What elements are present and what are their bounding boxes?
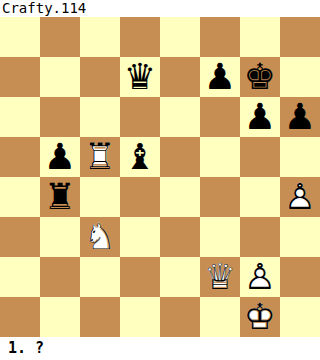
white-pawn-outline: ♙ bbox=[280, 177, 320, 217]
move-prompt: 1. ? bbox=[0, 337, 320, 360]
square-d4[interactable] bbox=[120, 177, 160, 217]
square-a7[interactable] bbox=[0, 57, 40, 97]
square-e3[interactable] bbox=[160, 217, 200, 257]
chess-window: Crafty.114 ♛♟♚♟♟♟♜♖♝♜♟♙♞♘♛♕♟♙♚♔ 1. ? bbox=[0, 0, 320, 360]
black-pawn[interactable]: ♟ bbox=[40, 137, 80, 177]
white-pawn-outline: ♙ bbox=[240, 257, 280, 297]
square-e2[interactable] bbox=[160, 257, 200, 297]
square-d7[interactable]: ♛ bbox=[120, 57, 160, 97]
square-g4[interactable] bbox=[240, 177, 280, 217]
square-d3[interactable] bbox=[120, 217, 160, 257]
square-b7[interactable] bbox=[40, 57, 80, 97]
square-c3[interactable]: ♞♘ bbox=[80, 217, 120, 257]
square-h1[interactable] bbox=[280, 297, 320, 337]
square-c2[interactable] bbox=[80, 257, 120, 297]
square-b6[interactable] bbox=[40, 97, 80, 137]
square-d2[interactable] bbox=[120, 257, 160, 297]
window-title: Crafty.114 bbox=[0, 0, 320, 17]
square-g7[interactable]: ♚ bbox=[240, 57, 280, 97]
square-c5[interactable]: ♜♖ bbox=[80, 137, 120, 177]
square-b1[interactable] bbox=[40, 297, 80, 337]
black-queen[interactable]: ♛ bbox=[120, 57, 160, 97]
square-c8[interactable] bbox=[80, 17, 120, 57]
black-rook[interactable]: ♜ bbox=[40, 177, 80, 217]
square-f5[interactable] bbox=[200, 137, 240, 177]
square-b4[interactable]: ♜ bbox=[40, 177, 80, 217]
square-a6[interactable] bbox=[0, 97, 40, 137]
black-king[interactable]: ♚ bbox=[240, 57, 280, 97]
square-b5[interactable]: ♟ bbox=[40, 137, 80, 177]
square-e6[interactable] bbox=[160, 97, 200, 137]
square-g2[interactable]: ♟♙ bbox=[240, 257, 280, 297]
white-king-outline: ♔ bbox=[240, 297, 280, 337]
square-d1[interactable] bbox=[120, 297, 160, 337]
square-f3[interactable] bbox=[200, 217, 240, 257]
square-f8[interactable] bbox=[200, 17, 240, 57]
square-c4[interactable] bbox=[80, 177, 120, 217]
square-h4[interactable]: ♟♙ bbox=[280, 177, 320, 217]
square-e5[interactable] bbox=[160, 137, 200, 177]
square-a1[interactable] bbox=[0, 297, 40, 337]
chess-board: ♛♟♚♟♟♟♜♖♝♜♟♙♞♘♛♕♟♙♚♔ bbox=[0, 17, 320, 337]
square-b8[interactable] bbox=[40, 17, 80, 57]
square-h8[interactable] bbox=[280, 17, 320, 57]
square-g3[interactable] bbox=[240, 217, 280, 257]
square-g6[interactable]: ♟ bbox=[240, 97, 280, 137]
square-b3[interactable] bbox=[40, 217, 80, 257]
black-pawn[interactable]: ♟ bbox=[240, 97, 280, 137]
black-pawn[interactable]: ♟ bbox=[280, 97, 320, 137]
square-e8[interactable] bbox=[160, 17, 200, 57]
square-c6[interactable] bbox=[80, 97, 120, 137]
square-b2[interactable] bbox=[40, 257, 80, 297]
square-a2[interactable] bbox=[0, 257, 40, 297]
square-h6[interactable]: ♟ bbox=[280, 97, 320, 137]
square-a3[interactable] bbox=[0, 217, 40, 257]
square-f6[interactable] bbox=[200, 97, 240, 137]
white-queen-outline: ♕ bbox=[200, 257, 240, 297]
square-a4[interactable] bbox=[0, 177, 40, 217]
square-d8[interactable] bbox=[120, 17, 160, 57]
square-d6[interactable] bbox=[120, 97, 160, 137]
white-knight-outline: ♘ bbox=[80, 217, 120, 257]
square-c1[interactable] bbox=[80, 297, 120, 337]
square-d5[interactable]: ♝ bbox=[120, 137, 160, 177]
square-e1[interactable] bbox=[160, 297, 200, 337]
square-f1[interactable] bbox=[200, 297, 240, 337]
square-f4[interactable] bbox=[200, 177, 240, 217]
square-a5[interactable] bbox=[0, 137, 40, 177]
square-f7[interactable]: ♟ bbox=[200, 57, 240, 97]
square-a8[interactable] bbox=[0, 17, 40, 57]
square-h7[interactable] bbox=[280, 57, 320, 97]
square-e7[interactable] bbox=[160, 57, 200, 97]
square-c7[interactable] bbox=[80, 57, 120, 97]
square-g5[interactable] bbox=[240, 137, 280, 177]
square-g8[interactable] bbox=[240, 17, 280, 57]
square-h5[interactable] bbox=[280, 137, 320, 177]
black-bishop[interactable]: ♝ bbox=[120, 137, 160, 177]
square-g1[interactable]: ♚♔ bbox=[240, 297, 280, 337]
square-e4[interactable] bbox=[160, 177, 200, 217]
white-rook-outline: ♖ bbox=[80, 137, 120, 177]
square-h3[interactable] bbox=[280, 217, 320, 257]
black-pawn[interactable]: ♟ bbox=[200, 57, 240, 97]
square-h2[interactable] bbox=[280, 257, 320, 297]
square-f2[interactable]: ♛♕ bbox=[200, 257, 240, 297]
